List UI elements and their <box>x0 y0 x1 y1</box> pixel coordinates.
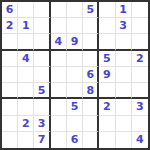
cell-r3c7[interactable] <box>99 34 115 50</box>
cell-r6c9[interactable] <box>132 83 148 99</box>
cell-r1c7[interactable] <box>99 2 115 18</box>
cell-r8c3[interactable]: 3 <box>34 116 50 132</box>
cell-r6c7[interactable] <box>99 83 115 99</box>
cell-r7c7[interactable]: 2 <box>99 99 115 115</box>
cell-r1c9[interactable] <box>132 2 148 18</box>
cell-r6c6[interactable]: 8 <box>83 83 99 99</box>
cell-r7c4[interactable] <box>51 99 67 115</box>
cell-r3c8[interactable] <box>116 34 132 50</box>
cell-r2c7[interactable] <box>99 18 115 34</box>
cell-r4c3[interactable] <box>34 51 50 67</box>
cell-r7c1[interactable] <box>2 99 18 115</box>
cell-r8c1[interactable] <box>2 116 18 132</box>
cell-r1c6[interactable]: 5 <box>83 2 99 18</box>
cell-r8c5[interactable] <box>67 116 83 132</box>
cell-r1c1[interactable]: 6 <box>2 2 18 18</box>
cell-r8c6[interactable] <box>83 116 99 132</box>
cell-r9c4[interactable] <box>51 132 67 148</box>
cell-r1c3[interactable] <box>34 2 50 18</box>
cell-r6c3[interactable]: 5 <box>34 83 50 99</box>
cell-r9c5[interactable]: 6 <box>67 132 83 148</box>
cell-r9c8[interactable] <box>116 132 132 148</box>
cell-r3c6[interactable] <box>83 34 99 50</box>
cell-r4c5[interactable] <box>67 51 83 67</box>
cell-r8c4[interactable] <box>51 116 67 132</box>
cell-r1c4[interactable] <box>51 2 67 18</box>
cell-r2c6[interactable] <box>83 18 99 34</box>
cell-r9c1[interactable] <box>2 132 18 148</box>
cell-r7c3[interactable] <box>34 99 50 115</box>
sudoku-board: 65121349452695852323764 <box>0 0 150 150</box>
cell-r5c6[interactable]: 6 <box>83 67 99 83</box>
cell-r9c2[interactable] <box>18 132 34 148</box>
cell-r8c7[interactable] <box>99 116 115 132</box>
cell-r5c3[interactable] <box>34 67 50 83</box>
cell-r5c4[interactable] <box>51 67 67 83</box>
cell-r4c9[interactable]: 2 <box>132 51 148 67</box>
cell-r2c8[interactable]: 3 <box>116 18 132 34</box>
cell-r5c8[interactable] <box>116 67 132 83</box>
cell-r9c6[interactable] <box>83 132 99 148</box>
cell-r3c4[interactable]: 4 <box>51 34 67 50</box>
cell-r6c5[interactable] <box>67 83 83 99</box>
cell-r5c5[interactable] <box>67 67 83 83</box>
cell-r9c9[interactable]: 4 <box>132 132 148 148</box>
cell-r2c5[interactable] <box>67 18 83 34</box>
cell-r8c2[interactable]: 2 <box>18 116 34 132</box>
cell-r2c3[interactable] <box>34 18 50 34</box>
cell-r7c6[interactable] <box>83 99 99 115</box>
cell-r2c4[interactable] <box>51 18 67 34</box>
cell-r7c9[interactable]: 3 <box>132 99 148 115</box>
cell-r4c7[interactable]: 5 <box>99 51 115 67</box>
cell-r5c1[interactable] <box>2 67 18 83</box>
cell-r5c9[interactable] <box>132 67 148 83</box>
cell-r7c5[interactable]: 5 <box>67 99 83 115</box>
cell-r4c6[interactable] <box>83 51 99 67</box>
cell-r2c1[interactable]: 2 <box>2 18 18 34</box>
cell-r8c9[interactable] <box>132 116 148 132</box>
cell-r6c2[interactable] <box>18 83 34 99</box>
cell-r3c2[interactable] <box>18 34 34 50</box>
cell-r1c2[interactable] <box>18 2 34 18</box>
cell-r9c7[interactable] <box>99 132 115 148</box>
cell-r4c2[interactable]: 4 <box>18 51 34 67</box>
cell-r4c4[interactable] <box>51 51 67 67</box>
cell-r8c8[interactable] <box>116 116 132 132</box>
cell-r3c9[interactable] <box>132 34 148 50</box>
cell-r2c2[interactable]: 1 <box>18 18 34 34</box>
cell-r4c8[interactable] <box>116 51 132 67</box>
cell-r6c4[interactable] <box>51 83 67 99</box>
cell-r5c7[interactable]: 9 <box>99 67 115 83</box>
cell-r1c8[interactable]: 1 <box>116 2 132 18</box>
cell-r3c3[interactable] <box>34 34 50 50</box>
cell-r7c8[interactable] <box>116 99 132 115</box>
cell-r3c1[interactable] <box>2 34 18 50</box>
cell-r1c5[interactable] <box>67 2 83 18</box>
cell-r9c3[interactable]: 7 <box>34 132 50 148</box>
cell-r3c5[interactable]: 9 <box>67 34 83 50</box>
cell-r2c9[interactable] <box>132 18 148 34</box>
cell-r6c8[interactable] <box>116 83 132 99</box>
cell-r7c2[interactable] <box>18 99 34 115</box>
cell-r4c1[interactable] <box>2 51 18 67</box>
cell-r5c2[interactable] <box>18 67 34 83</box>
cell-r6c1[interactable] <box>2 83 18 99</box>
